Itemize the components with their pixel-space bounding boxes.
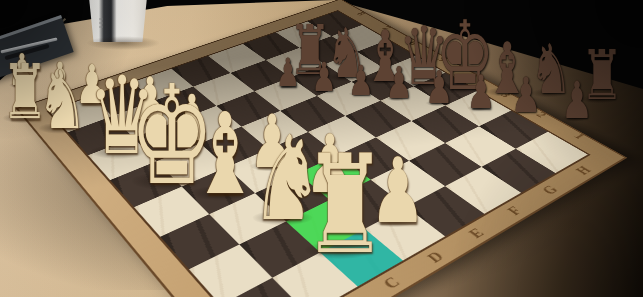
piece-white-knight-c1[interactable]: ♞ [37,61,87,142]
piece-black-pawn-b7[interactable]: ♟ [311,56,336,96]
piece-black-pawn-e7[interactable]: ♟ [425,65,453,110]
piece-black-pawn-a7[interactable]: ♟ [276,53,300,92]
chess-app-scene: ABCDEFGH12345678 ♜♞♝♛♟♟♚♟♝♞♟♟♟♜♟♟♟♟♟♟♜♞♟… [0,0,643,297]
piece-black-pawn-g7[interactable]: ♟ [511,70,541,119]
piece-black-pawn-d7[interactable]: ♟ [385,61,412,105]
piece-black-pawn-f7[interactable]: ♟ [467,69,496,115]
cup-shadow [86,36,160,50]
piece-black-pawn-c7[interactable]: ♟ [348,59,374,100]
piece-black-pawn-h7[interactable]: ♟ [561,75,593,126]
piece-white-rook-h1[interactable]: ♜ [302,136,387,273]
cup-logo-mark [99,18,103,30]
